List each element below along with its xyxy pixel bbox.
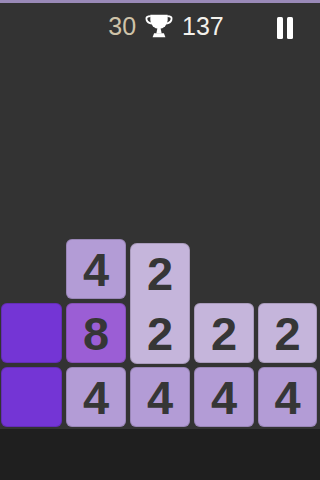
tile-4: 4 — [130, 367, 190, 427]
tile-4: 4 — [66, 239, 126, 299]
tile-4: 4 — [258, 367, 317, 427]
score-cluster: 30 137 — [0, 3, 320, 49]
tile-2: 2 — [258, 303, 317, 363]
tile-4: 4 — [66, 367, 126, 427]
app-screen: 4228224444 30 137 — [0, 0, 320, 480]
domino-value: 2 — [130, 243, 190, 303]
blank-tile — [1, 303, 62, 363]
domino-value: 2 — [130, 303, 190, 363]
tile-4: 4 — [194, 367, 254, 427]
bottom-floor — [0, 429, 320, 480]
top-bar: 30 137 — [0, 3, 320, 49]
tile-2: 2 — [194, 303, 254, 363]
tile-8: 8 — [66, 303, 126, 363]
pause-icon — [277, 17, 283, 39]
best-score-value: 137 — [182, 14, 224, 39]
pause-button[interactable] — [277, 17, 293, 39]
blank-tile — [1, 367, 62, 427]
pause-icon — [287, 17, 293, 39]
score-value: 30 — [108, 14, 136, 39]
trophy-icon — [143, 9, 175, 43]
game-board[interactable]: 4228224444 — [0, 0, 320, 429]
falling-domino-tile[interactable]: 22 — [130, 243, 190, 364]
